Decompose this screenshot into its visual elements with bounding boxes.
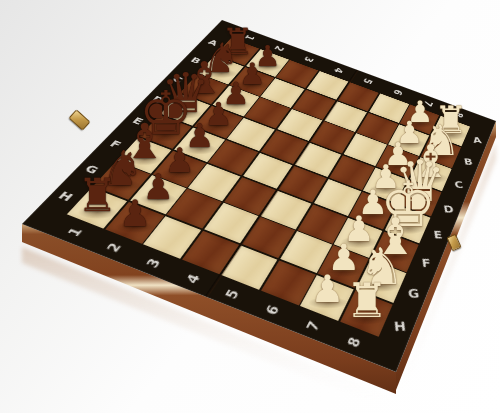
rank-label-top-7: 7 (422, 99, 434, 107)
brass-clasp-icon (68, 109, 90, 131)
rank-label-bottom-2: 2 (105, 241, 124, 253)
rank-label-bottom-4: 4 (184, 272, 203, 285)
rank-label-bottom-7: 7 (304, 319, 322, 333)
file-label-right-H: H (393, 320, 406, 333)
file-label-right-E: E (432, 230, 442, 240)
chess-board: 11AA22BB33CC44DD55EE66FF77GG88HH (22, 20, 496, 372)
file-label-right-C: C (453, 180, 463, 189)
file-label-left-B: B (189, 56, 203, 65)
rank-label-bottom-1: 1 (66, 226, 85, 238)
rank-label-bottom-6: 6 (264, 303, 282, 316)
rank-label-bottom-3: 3 (144, 256, 163, 269)
file-label-left-C: C (171, 74, 185, 83)
rank-label-top-6: 6 (392, 88, 405, 96)
file-label-left-D: D (151, 94, 167, 104)
rank-label-top-4: 4 (332, 66, 345, 74)
chess-set-photo: 11AA22BB33CC44DD55EE66FF77GG88HH ♜♞♝♛♚♝♞… (0, 0, 500, 413)
rank-label-bottom-8: 8 (345, 335, 363, 349)
file-label-right-F: F (421, 258, 431, 269)
rank-label-top-8: 8 (452, 111, 464, 119)
file-label-left-F: F (108, 138, 124, 149)
brass-hinge-icon (446, 234, 461, 252)
file-label-left-E: E (131, 116, 146, 126)
file-label-right-D: D (442, 204, 454, 214)
file-label-right-G: G (407, 287, 420, 299)
rank-label-top-5: 5 (362, 77, 375, 85)
file-label-right-A: A (472, 136, 482, 144)
rank-label-bottom-5: 5 (224, 287, 242, 300)
file-label-left-H: H (57, 189, 76, 202)
rank-label-top-2: 2 (273, 45, 286, 53)
rank-label-top-1: 1 (243, 34, 256, 42)
file-label-left-G: G (83, 163, 101, 175)
rank-label-top-3: 3 (302, 56, 315, 64)
file-label-right-B: B (463, 157, 473, 166)
file-label-left-A: A (206, 38, 219, 47)
